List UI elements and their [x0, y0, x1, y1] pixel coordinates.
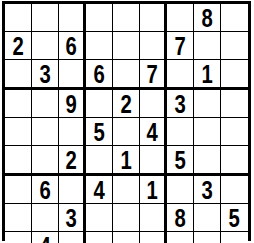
cell-r9c9[interactable]	[221, 232, 248, 243]
given-digit: 6	[93, 60, 104, 87]
cell-r5c9[interactable]	[221, 118, 248, 146]
sudoku-board: 826736719235421564133854	[2, 1, 251, 241]
cell-r1c9[interactable]	[221, 4, 248, 32]
cell-r5c4[interactable]: 5	[86, 118, 113, 146]
cell-r3c6[interactable]: 7	[140, 60, 167, 90]
cell-r4c2[interactable]	[32, 90, 59, 118]
given-digit: 3	[174, 90, 185, 117]
cell-r7c9[interactable]	[221, 176, 248, 204]
cell-r8c9[interactable]: 5	[221, 204, 248, 232]
given-digit: 2	[12, 32, 23, 59]
cell-r6c8[interactable]	[194, 146, 221, 176]
cell-r7c6[interactable]: 1	[140, 176, 167, 204]
cell-r4c9[interactable]	[221, 90, 248, 118]
given-digit: 2	[120, 90, 131, 117]
cell-r7c4[interactable]: 4	[86, 176, 113, 204]
cell-r8c8[interactable]	[194, 204, 221, 232]
given-digit: 8	[201, 4, 212, 31]
cell-r8c4[interactable]	[86, 204, 113, 232]
given-digit: 6	[65, 32, 76, 59]
cell-r6c9[interactable]	[221, 146, 248, 176]
cell-r7c1[interactable]	[5, 176, 32, 204]
cell-r9c5[interactable]	[113, 232, 140, 243]
given-digit: 3	[65, 204, 76, 231]
cell-r7c3[interactable]	[59, 176, 86, 204]
cell-r1c8[interactable]: 8	[194, 4, 221, 32]
cell-r8c2[interactable]	[32, 204, 59, 232]
cell-r7c7[interactable]	[167, 176, 194, 204]
given-digit: 4	[39, 232, 50, 243]
cell-r2c4[interactable]	[86, 32, 113, 60]
cell-r2c6[interactable]	[140, 32, 167, 60]
given-digit: 4	[146, 118, 157, 145]
cell-r4c8[interactable]	[194, 90, 221, 118]
cell-r2c8[interactable]	[194, 32, 221, 60]
given-digit: 5	[174, 146, 185, 173]
cell-r4c6[interactable]	[140, 90, 167, 118]
cell-r2c7[interactable]: 7	[167, 32, 194, 60]
cell-r7c8[interactable]: 3	[194, 176, 221, 204]
cell-r2c5[interactable]	[113, 32, 140, 60]
cell-r5c2[interactable]	[32, 118, 59, 146]
given-digit: 7	[174, 32, 185, 59]
cell-r9c2[interactable]: 4	[32, 232, 59, 243]
cell-r5c1[interactable]	[5, 118, 32, 146]
cell-r1c7[interactable]	[167, 4, 194, 32]
cell-r5c8[interactable]	[194, 118, 221, 146]
given-digit: 3	[39, 60, 50, 87]
given-digit: 7	[146, 60, 157, 87]
given-digit: 5	[93, 118, 104, 145]
cell-r6c6[interactable]	[140, 146, 167, 176]
cell-r4c4[interactable]	[86, 90, 113, 118]
cell-r1c6[interactable]	[140, 4, 167, 32]
cell-r3c1[interactable]	[5, 60, 32, 90]
cell-r9c4[interactable]	[86, 232, 113, 243]
given-digit: 9	[65, 90, 76, 117]
cell-r8c5[interactable]	[113, 204, 140, 232]
sudoku-board-container: 826736719235421564133854	[2, 1, 251, 241]
cell-r3c3[interactable]	[59, 60, 86, 90]
cell-r8c1[interactable]	[5, 204, 32, 232]
cell-r8c7[interactable]: 8	[167, 204, 194, 232]
given-digit: 1	[146, 176, 157, 203]
cell-r2c2[interactable]	[32, 32, 59, 60]
cell-r6c5[interactable]: 1	[113, 146, 140, 176]
cell-r7c2[interactable]: 6	[32, 176, 59, 204]
cell-r1c3[interactable]	[59, 4, 86, 32]
cell-r5c6[interactable]: 4	[140, 118, 167, 146]
cell-r6c4[interactable]	[86, 146, 113, 176]
cell-r9c8[interactable]	[194, 232, 221, 243]
cell-r1c5[interactable]	[113, 4, 140, 32]
given-digit: 4	[93, 176, 104, 203]
given-digit: 1	[201, 60, 212, 87]
cell-r5c7[interactable]	[167, 118, 194, 146]
cell-r4c7[interactable]: 3	[167, 90, 194, 118]
cell-r9c3[interactable]	[59, 232, 86, 243]
cell-r3c2[interactable]: 3	[32, 60, 59, 90]
cell-r6c3[interactable]: 2	[59, 146, 86, 176]
given-digit: 5	[229, 204, 240, 231]
cell-r3c5[interactable]	[113, 60, 140, 90]
cell-r3c9[interactable]	[221, 60, 248, 90]
cell-r9c6[interactable]	[140, 232, 167, 243]
cell-r4c5[interactable]: 2	[113, 90, 140, 118]
cell-r5c5[interactable]	[113, 118, 140, 146]
cell-r3c7[interactable]	[167, 60, 194, 90]
given-digit: 8	[174, 204, 185, 231]
cell-r6c7[interactable]: 5	[167, 146, 194, 176]
given-digit: 3	[201, 176, 212, 203]
cell-r2c3[interactable]: 6	[59, 32, 86, 60]
cell-r8c6[interactable]	[140, 204, 167, 232]
cell-r2c1[interactable]: 2	[5, 32, 32, 60]
cell-r4c3[interactable]: 9	[59, 90, 86, 118]
cell-r5c3[interactable]	[59, 118, 86, 146]
cell-r1c4[interactable]	[86, 4, 113, 32]
cell-r7c5[interactable]	[113, 176, 140, 204]
given-digit: 1	[120, 146, 131, 173]
cell-r4c1[interactable]	[5, 90, 32, 118]
cell-r6c1[interactable]	[5, 146, 32, 176]
cell-r8c3[interactable]: 3	[59, 204, 86, 232]
cell-r1c1[interactable]	[5, 4, 32, 32]
cell-r3c4[interactable]: 6	[86, 60, 113, 90]
cell-r2c9[interactable]	[221, 32, 248, 60]
cell-r6c2[interactable]	[32, 146, 59, 176]
given-digit: 2	[65, 146, 76, 173]
given-digit: 6	[39, 176, 50, 203]
cell-r1c2[interactable]	[32, 4, 59, 32]
cell-r9c1[interactable]	[5, 232, 32, 243]
cell-r9c7[interactable]	[167, 232, 194, 243]
cell-r3c8[interactable]: 1	[194, 60, 221, 90]
